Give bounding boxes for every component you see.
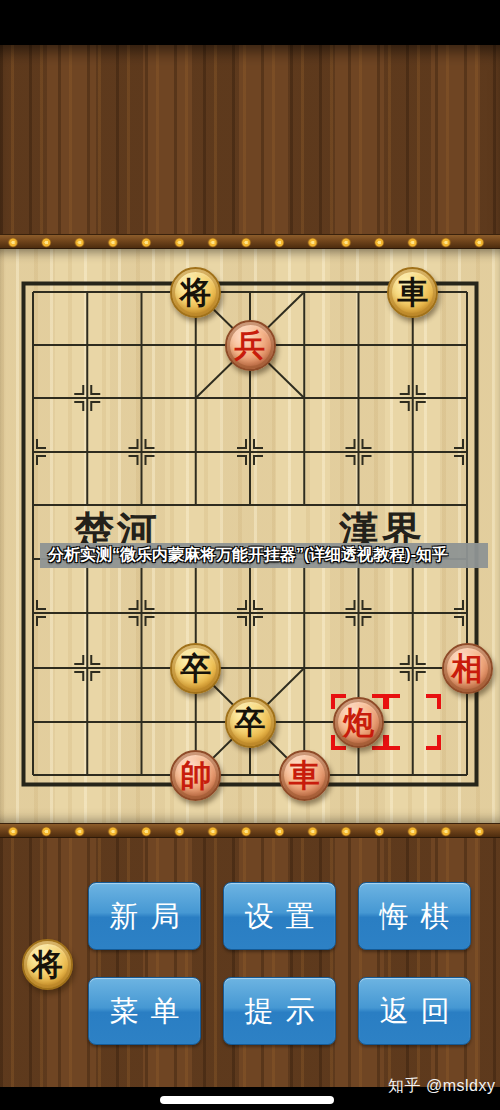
piece-red-soldier[interactable]: 兵	[225, 320, 276, 371]
undo-move-button[interactable]: 悔棋	[358, 882, 471, 950]
piece-red-elephant[interactable]: 相	[442, 643, 493, 694]
watermark: 知乎 @msldxy	[388, 1076, 495, 1097]
stud-rail-top	[0, 234, 500, 249]
piece-black-soldier-b[interactable]: 卒	[225, 697, 276, 748]
player-side-badge: 将	[22, 939, 73, 990]
back-button[interactable]: 返回	[358, 977, 471, 1045]
piece-red-general[interactable]: 帥	[170, 750, 221, 801]
piece-black-soldier-a[interactable]: 卒	[170, 643, 221, 694]
piece-red-cannon[interactable]: 炮	[333, 697, 384, 748]
piece-black-chariot[interactable]: 車	[387, 267, 438, 318]
wood-background-top	[0, 45, 500, 234]
overlay-caption-banner: 分析实测“微乐内蒙麻将万能开挂器”(详细透视教程)-知乎	[40, 543, 488, 568]
menu-button[interactable]: 菜单	[88, 977, 201, 1045]
app-screen: 楚河 漢界 将車兵卒相卒炮帥車 分析实测“微乐内蒙麻将万能开挂器”(详细透视教程…	[0, 0, 500, 1110]
home-indicator[interactable]	[160, 1096, 334, 1104]
stud-rail-bottom	[0, 823, 500, 838]
piece-red-chariot[interactable]: 車	[279, 750, 330, 801]
piece-black-general[interactable]: 将	[170, 267, 221, 318]
menu-button-grid: 新局 设置 悔棋 菜单 提示 返回	[88, 882, 471, 1045]
settings-button[interactable]: 设置	[223, 882, 336, 950]
new-game-button[interactable]: 新局	[88, 882, 201, 950]
hint-button[interactable]: 提示	[223, 977, 336, 1045]
